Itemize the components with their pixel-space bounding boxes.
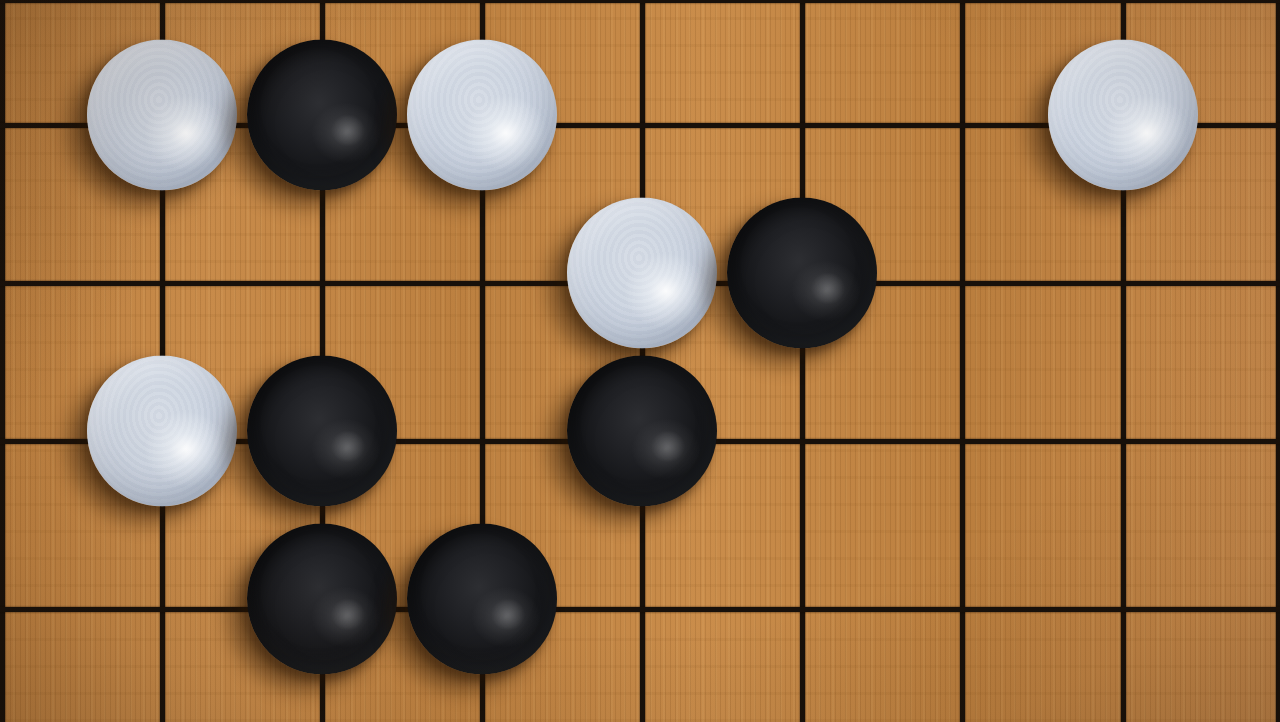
grid-line-horizontal xyxy=(0,607,1280,612)
go-board[interactable] xyxy=(0,0,1280,722)
stone-white[interactable] xyxy=(87,40,237,191)
stone-white[interactable] xyxy=(407,40,557,191)
stone-black[interactable] xyxy=(407,524,557,675)
go-board-scene xyxy=(0,0,1280,722)
stone-black[interactable] xyxy=(247,356,397,507)
grid-line-vertical xyxy=(1276,0,1280,722)
grid-line-vertical xyxy=(800,0,805,722)
stone-black[interactable] xyxy=(727,198,877,349)
stone-white[interactable] xyxy=(1048,40,1198,191)
grid-line-horizontal xyxy=(0,0,1280,3)
stone-black[interactable] xyxy=(247,40,397,191)
stone-black[interactable] xyxy=(567,356,717,507)
stone-white[interactable] xyxy=(567,198,717,349)
grid-line-vertical xyxy=(960,0,965,722)
stone-white[interactable] xyxy=(87,356,237,507)
stone-black[interactable] xyxy=(247,524,397,675)
grid-line-vertical xyxy=(0,0,5,722)
